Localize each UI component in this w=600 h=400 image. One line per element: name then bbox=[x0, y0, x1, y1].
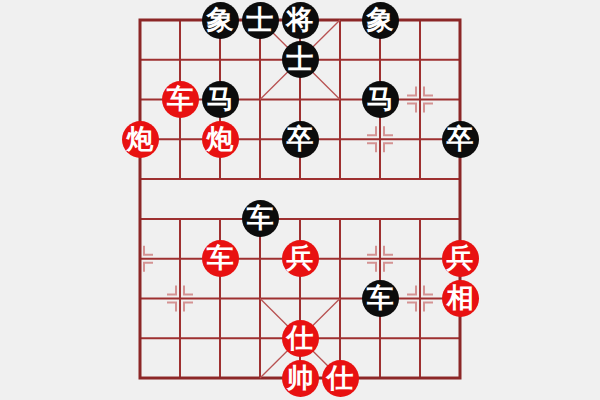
piece-glyph: 车 bbox=[367, 284, 394, 311]
piece-black-elephant[interactable]: 象 bbox=[362, 2, 399, 39]
piece-red-soldier[interactable]: 兵 bbox=[442, 240, 479, 277]
piece-glyph: 卒 bbox=[287, 125, 314, 152]
piece-glyph: 炮 bbox=[127, 125, 154, 152]
piece-black-advisor[interactable]: 士 bbox=[282, 41, 319, 78]
piece-glyph: 马 bbox=[207, 85, 234, 112]
piece-black-soldier[interactable]: 卒 bbox=[442, 121, 479, 158]
piece-red-soldier[interactable]: 兵 bbox=[282, 240, 319, 277]
piece-black-chariot[interactable]: 车 bbox=[362, 280, 399, 317]
piece-black-elephant[interactable]: 象 bbox=[202, 2, 239, 39]
piece-glyph: 相 bbox=[447, 284, 474, 311]
piece-glyph: 马 bbox=[367, 85, 394, 112]
piece-glyph: 帅 bbox=[287, 364, 314, 391]
piece-glyph: 仕 bbox=[327, 364, 354, 391]
piece-glyph: 仕 bbox=[287, 324, 314, 351]
piece-black-general[interactable]: 将 bbox=[282, 2, 319, 39]
piece-black-horse[interactable]: 马 bbox=[202, 81, 239, 118]
piece-glyph: 车 bbox=[207, 244, 234, 271]
piece-glyph: 车 bbox=[167, 85, 194, 112]
piece-glyph: 兵 bbox=[447, 244, 474, 271]
piece-black-horse[interactable]: 马 bbox=[362, 81, 399, 118]
piece-glyph: 兵 bbox=[287, 244, 314, 271]
piece-red-cannon[interactable]: 炮 bbox=[202, 121, 239, 158]
pieces-layer: 象 士 将 象 士 车 马 马 炮 炮 卒 卒 车 车 兵 兵 车 相 仕 帅 … bbox=[0, 0, 600, 400]
piece-black-soldier[interactable]: 卒 bbox=[282, 121, 319, 158]
piece-glyph: 士 bbox=[287, 45, 314, 72]
piece-glyph: 卒 bbox=[447, 125, 474, 152]
piece-glyph: 象 bbox=[207, 6, 234, 33]
piece-glyph: 车 bbox=[247, 204, 274, 231]
piece-red-cannon[interactable]: 炮 bbox=[122, 121, 159, 158]
piece-red-elephant[interactable]: 相 bbox=[442, 280, 479, 317]
piece-red-advisor[interactable]: 仕 bbox=[282, 320, 319, 357]
xiangqi-board-screen: 象 士 将 象 士 车 马 马 炮 炮 卒 卒 车 车 兵 兵 车 相 仕 帅 … bbox=[0, 0, 600, 400]
piece-black-chariot[interactable]: 车 bbox=[242, 200, 279, 237]
piece-red-chariot[interactable]: 车 bbox=[162, 81, 199, 118]
piece-red-general[interactable]: 帅 bbox=[282, 360, 319, 397]
piece-glyph: 炮 bbox=[207, 125, 234, 152]
piece-red-advisor[interactable]: 仕 bbox=[322, 360, 359, 397]
piece-glyph: 士 bbox=[247, 6, 274, 33]
piece-glyph: 象 bbox=[367, 6, 394, 33]
piece-red-chariot[interactable]: 车 bbox=[202, 240, 239, 277]
piece-black-advisor[interactable]: 士 bbox=[242, 2, 279, 39]
piece-glyph: 将 bbox=[287, 6, 314, 33]
